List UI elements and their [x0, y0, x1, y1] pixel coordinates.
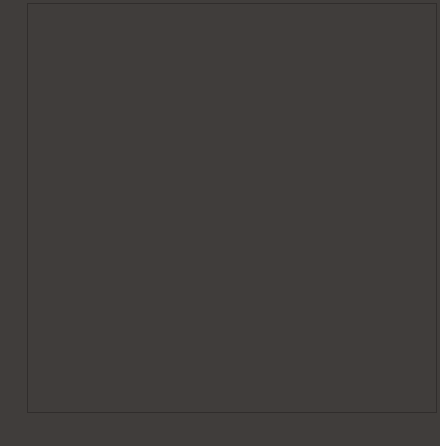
chess-board — [28, 4, 436, 412]
rank-labels — [0, 4, 28, 412]
chess-app-background — [0, 0, 440, 446]
file-labels — [28, 412, 436, 444]
